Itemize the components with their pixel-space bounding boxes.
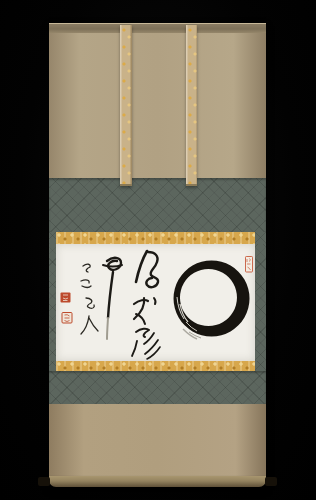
calligraphy-main-column (132, 251, 160, 359)
ichimonji-bottom-strip (56, 361, 255, 371)
hanging-rod (49, 23, 266, 33)
futai-strip-left (120, 25, 132, 186)
lower-mount (49, 404, 266, 476)
upper-green-band (49, 178, 266, 232)
paper-panel (56, 244, 255, 361)
roller-knob-left (38, 477, 50, 486)
ichimonji-top-strip (56, 232, 255, 244)
ichimonji-bottom-row (49, 361, 266, 371)
roller-knob-right (265, 477, 277, 486)
signature-column (81, 264, 98, 334)
hashira-right (255, 244, 266, 361)
hashira-left (49, 361, 56, 371)
seal-upper-right (246, 257, 253, 273)
artist-seal-lower (62, 313, 72, 324)
photo-stage (0, 0, 316, 500)
futai-strip-right (186, 25, 197, 186)
enso-circle (174, 261, 250, 340)
artwork-svg (56, 244, 255, 361)
upper-mount (49, 33, 266, 178)
ichimonji-top-row (49, 232, 266, 244)
hanging-scroll (49, 23, 266, 487)
calligraphy-second-column (103, 258, 122, 339)
artist-seal-upper (61, 293, 71, 303)
hashira-right (255, 232, 266, 244)
roller-bar (49, 476, 266, 487)
hashira-right (255, 361, 266, 371)
hashira-left (49, 232, 56, 244)
artwork-row (49, 244, 266, 361)
hashira-left (49, 244, 56, 361)
lower-green-band (49, 371, 266, 404)
